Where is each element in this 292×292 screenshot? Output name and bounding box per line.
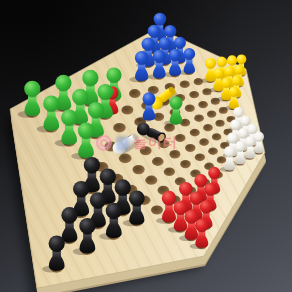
board-hole[interactable] [198, 101, 208, 108]
spiral-logo-icon [96, 135, 112, 151]
watermark-glyph-smudge [116, 136, 129, 151]
watermark-text: 놀이터 [133, 134, 178, 152]
photo-scene: 놀이터 [0, 0, 292, 292]
board-hole[interactable] [119, 154, 132, 164]
board-hole[interactable] [208, 148, 218, 155]
board-hole[interactable] [180, 160, 191, 168]
board-hole[interactable] [195, 153, 205, 161]
board-hole[interactable] [207, 111, 216, 118]
board-hole[interactable] [189, 91, 199, 98]
board-hole[interactable] [180, 81, 190, 89]
board-hole[interactable] [212, 133, 221, 140]
board-hole[interactable] [145, 176, 157, 185]
watermark: 놀이터 [96, 132, 178, 154]
board-hole[interactable] [194, 115, 204, 122]
board-hole[interactable] [121, 105, 133, 114]
board-hole[interactable] [215, 120, 224, 127]
board-hole[interactable] [164, 167, 175, 176]
board-hole[interactable] [152, 157, 164, 166]
board-hole[interactable] [151, 205, 163, 214]
board-hole[interactable] [185, 144, 195, 152]
board-hole[interactable] [217, 156, 226, 163]
board-hole[interactable] [185, 105, 195, 113]
board-hole[interactable] [133, 165, 145, 174]
board-hole[interactable] [203, 124, 213, 131]
board-hole[interactable] [129, 89, 141, 98]
board-hole[interactable] [199, 138, 209, 146]
board-hole[interactable] [190, 129, 200, 137]
